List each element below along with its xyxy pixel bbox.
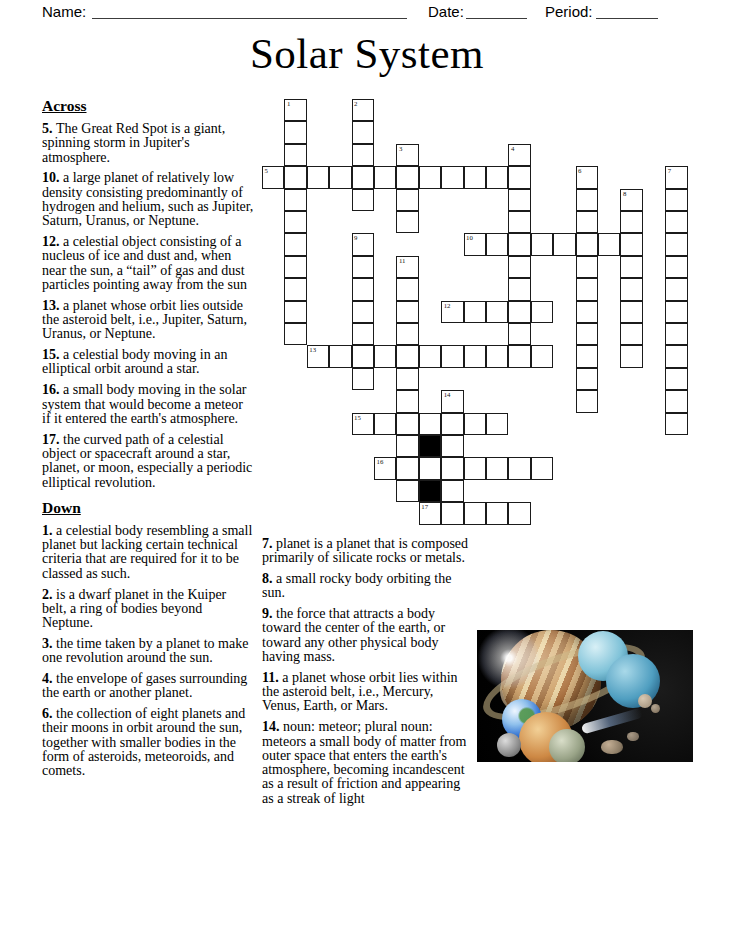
cell-r5c1[interactable] [284,211,306,233]
cell-r12c4[interactable] [352,368,374,390]
cell-r18c8[interactable] [441,502,463,524]
down-clue-list-right: 7. planet is a planet that is composed p… [262,537,474,806]
cell-r3c18[interactable]: 7 [665,166,687,188]
cell-r16c7[interactable] [419,457,441,479]
clue-across-13: 13. a planet whose orbit lies outside th… [42,299,254,342]
cell-r7c6[interactable]: 11 [396,256,418,278]
cell-r4c14[interactable] [576,189,598,211]
cell-number-2: 2 [354,100,357,108]
cell-r13c18[interactable] [665,390,687,412]
cell-r18c9[interactable] [464,502,486,524]
cell-r14c18[interactable] [665,413,687,435]
cell-r8c1[interactable] [284,278,306,300]
page-title: Solar System [0,31,734,77]
cell-r9c6[interactable] [396,301,418,323]
cell-r0c4[interactable]: 2 [352,99,374,121]
asteroid-small-illustration [627,732,639,741]
cell-number-15: 15 [354,414,361,422]
cell-r14c4[interactable]: 15 [352,413,374,435]
cell-r3c11[interactable] [508,166,530,188]
cell-number-12: 12 [444,302,451,310]
clue-number: 10. [42,170,63,185]
solar-system-illustration [477,630,693,762]
cell-r10c1[interactable] [284,323,306,345]
down-clue-list-left: 1. a celestial body resembling a small p… [42,524,254,779]
cell-r3c7[interactable] [419,166,441,188]
clue-number: 13. [42,298,63,313]
cell-r8c14[interactable] [576,278,598,300]
cell-r11c9[interactable] [464,345,486,367]
cell-r2c1[interactable] [284,144,306,166]
period-blank-line [596,2,658,19]
clue-number: 11. [262,670,282,685]
cell-number-7: 7 [668,167,671,175]
cell-r7c11[interactable] [508,256,530,278]
cell-number-8: 8 [623,190,626,198]
clue-down-1: 1. a celestial body resembling a small p… [42,524,254,581]
cell-r10c11[interactable] [508,323,530,345]
cell-r11c18[interactable] [665,345,687,367]
cell-r11c5[interactable] [374,345,396,367]
cell-r6c9[interactable]: 10 [464,233,486,255]
cell-r2c11[interactable]: 4 [508,144,530,166]
cell-number-11: 11 [399,257,406,265]
mercury-illustration [497,733,521,757]
cell-r9c14[interactable] [576,301,598,323]
clue-down-9: 9. the force that attracts a body toward… [262,607,474,664]
cell-r13c6[interactable] [396,390,418,412]
cell-r9c10[interactable] [486,301,508,323]
black-cell-r17c7 [419,480,441,502]
cell-r3c5[interactable] [374,166,396,188]
cell-r6c15[interactable] [598,233,620,255]
cell-r6c14[interactable] [576,233,598,255]
cell-r10c18[interactable] [665,323,687,345]
cell-r8c16[interactable] [620,278,642,300]
cell-r18c7[interactable]: 17 [419,502,441,524]
cell-r14c6[interactable] [396,413,418,435]
clue-number: 2. [42,587,56,602]
cell-r12c18[interactable] [665,368,687,390]
cell-r9c9[interactable] [464,301,486,323]
cell-r4c11[interactable] [508,189,530,211]
clue-across-16: 16. a small body moving in the solar sys… [42,383,254,426]
cell-number-17: 17 [421,503,428,511]
clue-number: 17. [42,432,63,447]
clue-number: 7. [262,536,276,551]
cell-r8c6[interactable] [396,278,418,300]
cell-r9c18[interactable] [665,301,687,323]
cell-r7c1[interactable] [284,256,306,278]
cell-r9c16[interactable] [620,301,642,323]
cell-r4c6[interactable] [396,189,418,211]
clue-across-17: 17. the curved path of a celestial objec… [42,433,254,490]
cell-r10c4[interactable] [352,323,374,345]
cell-r1c4[interactable] [352,121,374,143]
asteroid-illustration [601,740,623,754]
cell-r14c7[interactable] [419,413,441,435]
cell-r12c14[interactable] [576,368,598,390]
clue-number: 4. [42,671,56,686]
cell-r7c16[interactable] [620,256,642,278]
pluto-illustration [638,694,652,708]
cell-r11c12[interactable] [531,345,553,367]
cell-r5c14[interactable] [576,211,598,233]
clue-number: 3. [42,636,56,651]
cell-r5c18[interactable] [665,211,687,233]
cell-r8c18[interactable] [665,278,687,300]
cell-r11c6[interactable] [396,345,418,367]
small-moon-illustration [549,729,585,762]
cell-r16c9[interactable] [464,457,486,479]
cell-r6c18[interactable] [665,233,687,255]
cell-r4c18[interactable] [665,189,687,211]
clue-number: 6. [42,706,56,721]
cell-r2c4[interactable] [352,144,374,166]
cell-r4c4[interactable] [352,189,374,211]
cell-r16c8[interactable] [441,457,463,479]
cell-r14c10[interactable] [486,413,508,435]
black-cell-r15c7 [419,435,441,457]
cell-number-13: 13 [309,346,316,354]
cell-number-4: 4 [511,145,514,153]
clue-down-11: 11. a planet whose orbit lies within the… [262,671,474,714]
cell-r17c8[interactable] [441,480,463,502]
cell-number-9: 9 [354,234,357,242]
cell-r16c5[interactable]: 16 [374,457,396,479]
cell-r9c12[interactable] [531,301,553,323]
cell-r6c4[interactable]: 9 [352,233,374,255]
cell-r6c13[interactable] [553,233,575,255]
cell-number-6: 6 [578,167,581,175]
clue-across-10: 10. a large planet of relatively low den… [42,171,254,228]
cell-r15c6[interactable] [396,435,418,457]
cell-r6c16[interactable] [620,233,642,255]
cell-r0c1[interactable]: 1 [284,99,306,121]
date-blank-line [466,2,527,19]
cell-r10c16[interactable] [620,323,642,345]
clue-number: 16. [42,382,63,397]
cell-r8c4[interactable] [352,278,374,300]
cell-r3c3[interactable] [329,166,351,188]
clue-down-2: 2. is a dwarf planet in the Kuiper belt,… [42,588,254,631]
name-label: Name: [42,3,86,20]
cell-r3c1[interactable] [284,166,306,188]
cell-r3c9[interactable] [464,166,486,188]
clue-number: 15. [42,347,63,362]
cell-r14c5[interactable] [374,413,396,435]
clue-number: 1. [42,523,56,538]
cell-r6c12[interactable] [531,233,553,255]
cell-r16c11[interactable] [508,457,530,479]
cell-number-5: 5 [265,167,268,175]
period-label: Period: [545,3,593,20]
cell-r10c6[interactable] [396,323,418,345]
clue-number: 9. [262,606,276,621]
cell-r9c1[interactable] [284,301,306,323]
cell-r16c10[interactable] [486,457,508,479]
cell-r10c14[interactable] [576,323,598,345]
cell-r7c18[interactable] [665,256,687,278]
cell-r6c10[interactable] [486,233,508,255]
cell-r9c4[interactable] [352,301,374,323]
cell-r6c1[interactable] [284,233,306,255]
cell-r11c16[interactable] [620,345,642,367]
cell-r11c10[interactable] [486,345,508,367]
cell-r11c11[interactable] [508,345,530,367]
cell-r1c1[interactable] [284,121,306,143]
cell-number-3: 3 [399,145,402,153]
cell-r4c1[interactable] [284,189,306,211]
cell-r7c4[interactable] [352,256,374,278]
clue-across-12: 12. a celestial object consisting of a n… [42,235,254,292]
date-label: Date: [428,3,464,20]
cell-r17c6[interactable] [396,480,418,502]
across-clue-list: 5. The Great Red Spot is a giant, spinni… [42,122,254,490]
cell-r3c6[interactable] [396,166,418,188]
cell-r15c8[interactable] [441,435,463,457]
cell-r16c12[interactable] [531,457,553,479]
across-heading: Across [42,97,254,115]
cell-r14c9[interactable] [464,413,486,435]
clue-number: 8. [262,571,276,586]
clue-column-left: Across 5. The Great Red Spot is a giant,… [42,97,254,785]
cell-r5c6[interactable] [396,211,418,233]
cell-r3c2[interactable] [307,166,329,188]
cell-r11c2[interactable]: 13 [307,345,329,367]
down-heading: Down [42,499,254,517]
cell-r18c11[interactable] [508,502,530,524]
clue-across-5: 5. The Great Red Spot is a giant, spinni… [42,122,254,165]
cell-number-1: 1 [287,100,290,108]
cell-r11c3[interactable] [329,345,351,367]
cell-r12c6[interactable] [396,368,418,390]
cell-r3c14[interactable]: 6 [576,166,598,188]
clue-column-right: 7. planet is a planet that is composed p… [262,537,474,813]
cell-r7c14[interactable] [576,256,598,278]
clue-down-14: 14. noun: meteor; plural noun: meteors a… [262,720,474,806]
cell-number-10: 10 [466,234,473,242]
cell-r14c8[interactable] [441,413,463,435]
cell-r3c4[interactable] [352,166,374,188]
charon-illustration [651,704,660,713]
cell-r18c10[interactable] [486,502,508,524]
clue-across-15: 15. a celestial body moving in an ellipt… [42,348,254,377]
cell-r11c14[interactable] [576,345,598,367]
worksheet-page: Name: Date: Period: Solar System 1234567… [0,0,734,950]
cell-number-16: 16 [377,458,384,466]
cell-r11c4[interactable] [352,345,374,367]
cell-r9c11[interactable] [508,301,530,323]
crossword-grid: 1234567891011121314151617 [262,99,689,525]
cell-r9c8[interactable]: 12 [441,301,463,323]
clue-down-4: 4. the envelope of gases surrounding the… [42,672,254,701]
cell-r11c7[interactable] [419,345,441,367]
cell-number-14: 14 [444,391,451,399]
cell-r3c10[interactable] [486,166,508,188]
cell-r13c14[interactable] [576,390,598,412]
cell-r2c6[interactable]: 3 [396,144,418,166]
clue-down-6: 6. the collection of eight planets and t… [42,707,254,778]
cell-r13c8[interactable]: 14 [441,390,463,412]
cell-r4c16[interactable]: 8 [620,189,642,211]
clue-down-3: 3. the time taken by a planet to make on… [42,637,254,666]
cell-r5c11[interactable] [508,211,530,233]
name-blank-line [92,2,407,19]
cell-r16c6[interactable] [396,457,418,479]
cell-r3c0[interactable]: 5 [262,166,284,188]
clue-number: 14. [262,719,283,734]
clue-number: 5. [42,121,56,136]
cell-r8c11[interactable] [508,278,530,300]
cell-r3c8[interactable] [441,166,463,188]
clue-number: 12. [42,234,63,249]
comet-illustration [581,708,643,735]
clue-down-7: 7. planet is a planet that is composed p… [262,537,474,566]
cell-r6c11[interactable] [508,233,530,255]
cell-r11c8[interactable] [441,345,463,367]
cell-r5c16[interactable] [620,211,642,233]
clue-down-8: 8. a small rocky body orbiting the sun. [262,572,474,601]
